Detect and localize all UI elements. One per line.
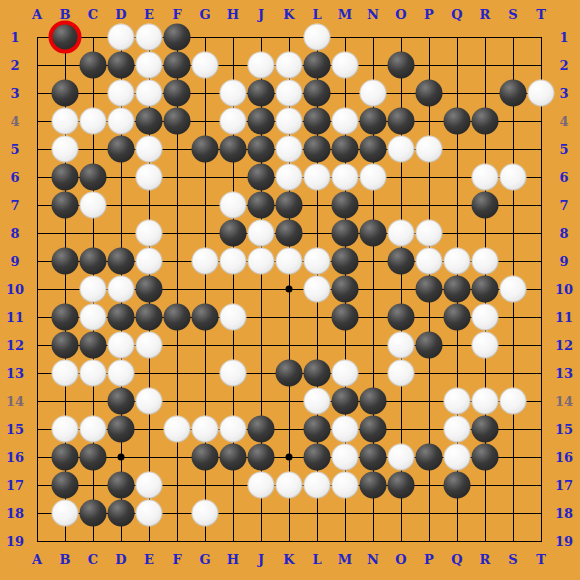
intersection[interactable] (331, 23, 359, 51)
intersection[interactable] (191, 499, 219, 527)
intersection[interactable] (471, 247, 499, 275)
intersection[interactable] (303, 443, 331, 471)
intersection[interactable] (415, 79, 443, 107)
intersection[interactable] (303, 331, 331, 359)
intersection[interactable] (51, 499, 79, 527)
intersection[interactable] (443, 79, 471, 107)
intersection[interactable] (527, 471, 555, 499)
intersection[interactable] (499, 191, 527, 219)
intersection[interactable] (387, 163, 415, 191)
intersection[interactable] (527, 331, 555, 359)
intersection[interactable] (23, 303, 51, 331)
intersection[interactable] (135, 415, 163, 443)
intersection[interactable] (527, 499, 555, 527)
intersection[interactable] (303, 247, 331, 275)
intersection[interactable] (387, 275, 415, 303)
intersection[interactable] (219, 443, 247, 471)
intersection[interactable] (79, 331, 107, 359)
intersection[interactable] (219, 23, 247, 51)
intersection[interactable] (163, 51, 191, 79)
intersection[interactable] (275, 303, 303, 331)
intersection[interactable] (359, 275, 387, 303)
intersection[interactable] (303, 163, 331, 191)
intersection[interactable] (387, 135, 415, 163)
intersection[interactable] (331, 359, 359, 387)
intersection[interactable] (443, 303, 471, 331)
intersection[interactable] (51, 387, 79, 415)
intersection[interactable] (331, 107, 359, 135)
intersection[interactable] (387, 387, 415, 415)
intersection[interactable] (499, 331, 527, 359)
intersection[interactable] (107, 387, 135, 415)
intersection[interactable] (107, 191, 135, 219)
intersection[interactable] (527, 275, 555, 303)
intersection[interactable] (387, 51, 415, 79)
intersection[interactable] (471, 443, 499, 471)
intersection[interactable] (499, 79, 527, 107)
intersection[interactable] (219, 51, 247, 79)
intersection[interactable] (247, 387, 275, 415)
intersection[interactable] (135, 23, 163, 51)
intersection[interactable] (359, 191, 387, 219)
intersection[interactable] (499, 359, 527, 387)
intersection[interactable] (359, 51, 387, 79)
intersection[interactable] (219, 247, 247, 275)
intersection[interactable] (359, 163, 387, 191)
intersection[interactable] (471, 163, 499, 191)
intersection[interactable] (23, 359, 51, 387)
intersection[interactable] (79, 79, 107, 107)
intersection[interactable] (415, 387, 443, 415)
intersection[interactable] (527, 51, 555, 79)
intersection[interactable] (443, 331, 471, 359)
intersection[interactable] (359, 79, 387, 107)
intersection[interactable] (51, 135, 79, 163)
intersection[interactable] (247, 23, 275, 51)
intersection[interactable] (387, 303, 415, 331)
intersection[interactable] (499, 135, 527, 163)
intersection[interactable] (107, 163, 135, 191)
intersection[interactable] (527, 163, 555, 191)
intersection[interactable] (471, 107, 499, 135)
intersection[interactable] (415, 303, 443, 331)
intersection[interactable] (471, 23, 499, 51)
intersection[interactable] (135, 79, 163, 107)
intersection[interactable] (471, 499, 499, 527)
intersection[interactable] (415, 191, 443, 219)
intersection[interactable] (191, 107, 219, 135)
intersection[interactable] (471, 219, 499, 247)
intersection[interactable] (135, 135, 163, 163)
intersection[interactable] (359, 415, 387, 443)
intersection[interactable] (191, 23, 219, 51)
intersection[interactable] (331, 331, 359, 359)
intersection[interactable] (191, 51, 219, 79)
intersection[interactable] (163, 23, 191, 51)
intersection[interactable] (51, 303, 79, 331)
intersection[interactable] (527, 443, 555, 471)
intersection[interactable] (107, 107, 135, 135)
intersection[interactable] (135, 191, 163, 219)
intersection[interactable] (331, 191, 359, 219)
intersection[interactable] (219, 163, 247, 191)
intersection[interactable] (107, 23, 135, 51)
intersection[interactable] (527, 219, 555, 247)
intersection[interactable] (443, 247, 471, 275)
intersection[interactable] (387, 79, 415, 107)
intersection[interactable] (275, 191, 303, 219)
intersection[interactable] (247, 499, 275, 527)
intersection[interactable] (275, 107, 303, 135)
intersection[interactable] (107, 219, 135, 247)
intersection[interactable] (387, 107, 415, 135)
intersection[interactable] (443, 23, 471, 51)
intersection[interactable] (23, 51, 51, 79)
intersection[interactable] (247, 135, 275, 163)
intersection[interactable] (471, 387, 499, 415)
intersection[interactable] (191, 471, 219, 499)
intersection[interactable] (499, 303, 527, 331)
intersection[interactable] (191, 387, 219, 415)
intersection[interactable] (79, 303, 107, 331)
intersection[interactable] (331, 387, 359, 415)
intersection[interactable] (359, 499, 387, 527)
intersection[interactable] (219, 79, 247, 107)
intersection[interactable] (219, 359, 247, 387)
intersection[interactable] (107, 415, 135, 443)
intersection[interactable] (247, 331, 275, 359)
intersection[interactable] (219, 331, 247, 359)
intersection[interactable] (443, 443, 471, 471)
intersection[interactable] (191, 415, 219, 443)
intersection[interactable] (527, 191, 555, 219)
intersection[interactable] (387, 415, 415, 443)
intersection[interactable] (415, 331, 443, 359)
intersection[interactable] (219, 499, 247, 527)
intersection[interactable] (163, 471, 191, 499)
intersection[interactable] (303, 387, 331, 415)
intersection[interactable] (107, 135, 135, 163)
intersection[interactable] (331, 415, 359, 443)
intersection[interactable] (331, 247, 359, 275)
intersection[interactable] (135, 499, 163, 527)
intersection[interactable] (247, 275, 275, 303)
intersection[interactable] (163, 359, 191, 387)
intersection[interactable] (191, 359, 219, 387)
intersection[interactable] (23, 499, 51, 527)
intersection[interactable] (275, 51, 303, 79)
intersection[interactable] (219, 415, 247, 443)
intersection[interactable] (359, 219, 387, 247)
intersection[interactable] (443, 135, 471, 163)
intersection[interactable] (51, 471, 79, 499)
intersection[interactable] (359, 107, 387, 135)
intersection[interactable] (275, 219, 303, 247)
intersection[interactable] (107, 443, 135, 471)
intersection[interactable] (359, 135, 387, 163)
intersection[interactable] (443, 219, 471, 247)
intersection[interactable] (415, 107, 443, 135)
intersection[interactable] (79, 415, 107, 443)
intersection[interactable] (135, 219, 163, 247)
intersection[interactable] (135, 359, 163, 387)
intersection[interactable] (107, 51, 135, 79)
intersection[interactable] (247, 359, 275, 387)
intersection[interactable] (163, 191, 191, 219)
intersection[interactable] (443, 387, 471, 415)
intersection[interactable] (443, 51, 471, 79)
intersection[interactable] (275, 415, 303, 443)
intersection[interactable] (23, 219, 51, 247)
intersection[interactable] (135, 331, 163, 359)
intersection[interactable] (163, 275, 191, 303)
intersection[interactable] (163, 499, 191, 527)
intersection[interactable] (51, 163, 79, 191)
intersection[interactable] (163, 163, 191, 191)
intersection[interactable] (471, 415, 499, 443)
intersection[interactable] (415, 247, 443, 275)
intersection[interactable] (191, 275, 219, 303)
intersection[interactable] (331, 443, 359, 471)
intersection[interactable] (219, 471, 247, 499)
intersection[interactable] (135, 387, 163, 415)
intersection[interactable] (359, 303, 387, 331)
intersection[interactable] (191, 163, 219, 191)
intersection[interactable] (359, 471, 387, 499)
intersection[interactable] (107, 79, 135, 107)
intersection[interactable] (499, 415, 527, 443)
intersection[interactable] (415, 135, 443, 163)
intersection[interactable] (79, 51, 107, 79)
intersection[interactable] (471, 303, 499, 331)
intersection[interactable] (387, 331, 415, 359)
intersection[interactable] (247, 219, 275, 247)
intersection[interactable] (79, 219, 107, 247)
intersection[interactable] (303, 135, 331, 163)
intersection[interactable] (219, 275, 247, 303)
intersection[interactable] (79, 387, 107, 415)
intersection[interactable] (51, 191, 79, 219)
intersection[interactable] (135, 107, 163, 135)
intersection[interactable] (415, 471, 443, 499)
intersection[interactable] (163, 443, 191, 471)
intersection[interactable] (275, 23, 303, 51)
intersection[interactable] (499, 387, 527, 415)
intersection[interactable] (303, 107, 331, 135)
intersection[interactable] (331, 51, 359, 79)
intersection[interactable] (303, 191, 331, 219)
intersection[interactable] (527, 23, 555, 51)
intersection[interactable] (51, 23, 79, 51)
intersection[interactable] (499, 163, 527, 191)
intersection[interactable] (247, 443, 275, 471)
intersection[interactable] (23, 23, 51, 51)
intersection[interactable] (219, 135, 247, 163)
intersection[interactable] (79, 247, 107, 275)
intersection[interactable] (499, 247, 527, 275)
intersection[interactable] (51, 275, 79, 303)
intersection[interactable] (23, 79, 51, 107)
intersection[interactable] (135, 247, 163, 275)
intersection[interactable] (219, 387, 247, 415)
intersection[interactable] (499, 219, 527, 247)
intersection[interactable] (163, 415, 191, 443)
intersection[interactable] (499, 443, 527, 471)
intersection[interactable] (107, 331, 135, 359)
intersection[interactable] (527, 107, 555, 135)
intersection[interactable] (331, 471, 359, 499)
intersection[interactable] (275, 163, 303, 191)
intersection[interactable] (107, 471, 135, 499)
intersection[interactable] (107, 275, 135, 303)
intersection[interactable] (303, 499, 331, 527)
intersection[interactable] (527, 79, 555, 107)
intersection[interactable] (387, 247, 415, 275)
intersection[interactable] (303, 219, 331, 247)
intersection[interactable] (191, 303, 219, 331)
intersection[interactable] (23, 331, 51, 359)
intersection[interactable] (499, 275, 527, 303)
intersection[interactable] (359, 387, 387, 415)
intersection[interactable] (247, 79, 275, 107)
intersection[interactable] (191, 191, 219, 219)
intersection[interactable] (527, 359, 555, 387)
intersection[interactable] (275, 359, 303, 387)
intersection[interactable] (471, 191, 499, 219)
intersection[interactable] (471, 275, 499, 303)
intersection[interactable] (415, 415, 443, 443)
intersection[interactable] (107, 303, 135, 331)
intersection[interactable] (107, 247, 135, 275)
intersection[interactable] (135, 303, 163, 331)
intersection[interactable] (247, 163, 275, 191)
intersection[interactable] (499, 471, 527, 499)
intersection[interactable] (135, 443, 163, 471)
intersection[interactable] (191, 443, 219, 471)
intersection[interactable] (443, 107, 471, 135)
intersection[interactable] (191, 247, 219, 275)
intersection[interactable] (527, 303, 555, 331)
intersection[interactable] (331, 79, 359, 107)
intersection[interactable] (275, 135, 303, 163)
intersection[interactable] (387, 219, 415, 247)
intersection[interactable] (275, 387, 303, 415)
intersection[interactable] (527, 247, 555, 275)
intersection[interactable] (247, 247, 275, 275)
intersection[interactable] (387, 499, 415, 527)
intersection[interactable] (23, 387, 51, 415)
intersection[interactable] (387, 359, 415, 387)
intersection[interactable] (359, 247, 387, 275)
intersection[interactable] (387, 23, 415, 51)
intersection[interactable] (275, 247, 303, 275)
intersection[interactable] (527, 135, 555, 163)
intersection[interactable] (247, 107, 275, 135)
intersection[interactable] (219, 303, 247, 331)
intersection[interactable] (79, 191, 107, 219)
intersection[interactable] (51, 219, 79, 247)
intersection[interactable] (359, 359, 387, 387)
intersection[interactable] (79, 359, 107, 387)
intersection[interactable] (471, 471, 499, 499)
intersection[interactable] (163, 387, 191, 415)
intersection[interactable] (23, 443, 51, 471)
intersection[interactable] (415, 499, 443, 527)
intersection[interactable] (135, 471, 163, 499)
intersection[interactable] (275, 499, 303, 527)
intersection[interactable] (107, 359, 135, 387)
intersection[interactable] (247, 51, 275, 79)
intersection[interactable] (275, 275, 303, 303)
intersection[interactable] (387, 471, 415, 499)
intersection[interactable] (191, 135, 219, 163)
intersection[interactable] (79, 107, 107, 135)
intersection[interactable] (51, 331, 79, 359)
intersection[interactable] (443, 415, 471, 443)
intersection[interactable] (303, 79, 331, 107)
intersection[interactable] (527, 415, 555, 443)
intersection[interactable] (499, 23, 527, 51)
intersection[interactable] (359, 23, 387, 51)
intersection[interactable] (51, 247, 79, 275)
intersection[interactable] (499, 51, 527, 79)
intersection[interactable] (247, 303, 275, 331)
intersection[interactable] (471, 359, 499, 387)
intersection[interactable] (331, 275, 359, 303)
intersection[interactable] (163, 219, 191, 247)
intersection[interactable] (51, 415, 79, 443)
intersection[interactable] (443, 359, 471, 387)
intersection[interactable] (443, 499, 471, 527)
intersection[interactable] (191, 79, 219, 107)
intersection[interactable] (135, 51, 163, 79)
intersection[interactable] (51, 443, 79, 471)
intersection[interactable] (499, 499, 527, 527)
intersection[interactable] (247, 471, 275, 499)
intersection[interactable] (331, 303, 359, 331)
intersection[interactable] (219, 107, 247, 135)
intersection[interactable] (387, 191, 415, 219)
intersection[interactable] (415, 359, 443, 387)
intersection[interactable] (387, 443, 415, 471)
intersection[interactable] (219, 219, 247, 247)
intersection[interactable] (359, 443, 387, 471)
intersection[interactable] (163, 135, 191, 163)
intersection[interactable] (275, 443, 303, 471)
intersection[interactable] (23, 247, 51, 275)
intersection[interactable] (303, 303, 331, 331)
intersection[interactable] (415, 23, 443, 51)
intersection[interactable] (79, 471, 107, 499)
intersection[interactable] (23, 415, 51, 443)
intersection[interactable] (163, 303, 191, 331)
intersection[interactable] (331, 163, 359, 191)
intersection[interactable] (163, 107, 191, 135)
intersection[interactable] (79, 275, 107, 303)
intersection[interactable] (527, 387, 555, 415)
intersection[interactable] (471, 135, 499, 163)
intersection[interactable] (331, 499, 359, 527)
intersection[interactable] (79, 443, 107, 471)
intersection[interactable] (51, 107, 79, 135)
intersection[interactable] (303, 51, 331, 79)
intersection[interactable] (163, 331, 191, 359)
intersection[interactable] (303, 471, 331, 499)
intersection[interactable] (191, 331, 219, 359)
intersection[interactable] (79, 499, 107, 527)
intersection[interactable] (247, 191, 275, 219)
intersection[interactable] (443, 191, 471, 219)
